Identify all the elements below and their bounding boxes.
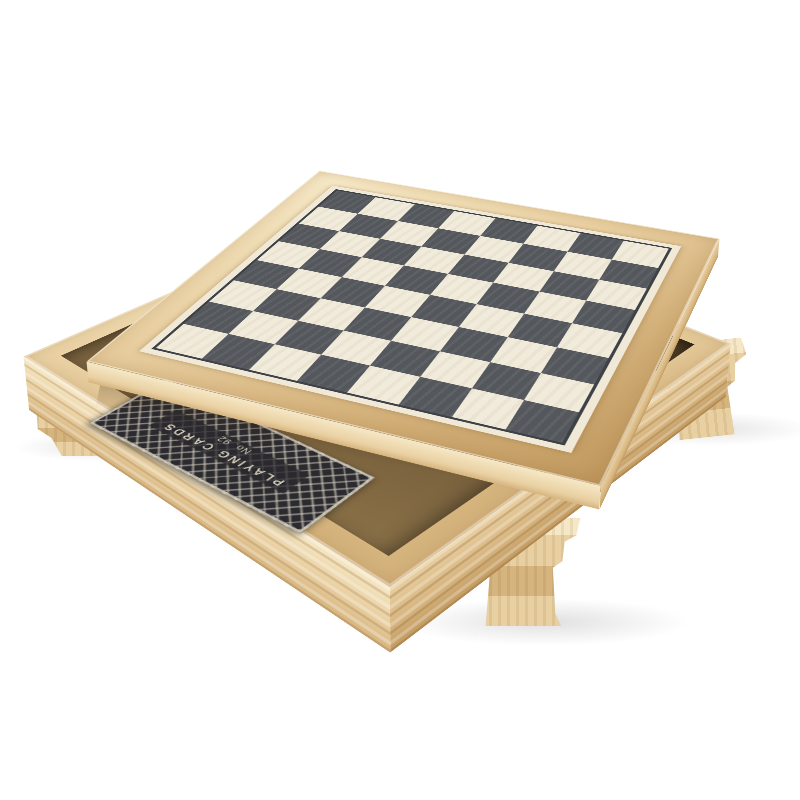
square-a2 <box>183 301 253 334</box>
square-b3 <box>253 289 320 320</box>
square-h4 <box>557 323 622 358</box>
square-c3 <box>298 298 365 330</box>
square-g1 <box>451 388 524 429</box>
square-g3 <box>490 337 557 373</box>
square-d1 <box>297 355 370 393</box>
square-b2 <box>228 311 298 344</box>
scene: PLAYING CARDS No. 92 <box>0 0 800 800</box>
square-d2 <box>321 330 391 365</box>
square-f2 <box>420 351 490 388</box>
square-c1 <box>249 344 322 381</box>
square-f3 <box>440 327 507 362</box>
square-d4 <box>365 286 430 317</box>
square-a1 <box>156 324 228 359</box>
square-g2 <box>471 362 541 400</box>
square-e1 <box>347 366 420 405</box>
square-g4 <box>507 314 572 348</box>
square-c2 <box>274 320 344 354</box>
square-e3 <box>391 317 458 351</box>
square-d3 <box>344 307 411 340</box>
square-f1 <box>398 377 471 417</box>
product-photo: PLAYING CARDS No. 92 <box>0 0 800 800</box>
square-g5 <box>524 292 587 324</box>
square-h5 <box>572 301 635 334</box>
square-h2 <box>524 373 594 413</box>
square-b1 <box>202 334 275 370</box>
square-e4 <box>411 295 476 327</box>
square-h3 <box>541 347 608 384</box>
square-h1 <box>506 400 579 442</box>
square-e2 <box>370 341 440 377</box>
square-f4 <box>459 304 524 337</box>
